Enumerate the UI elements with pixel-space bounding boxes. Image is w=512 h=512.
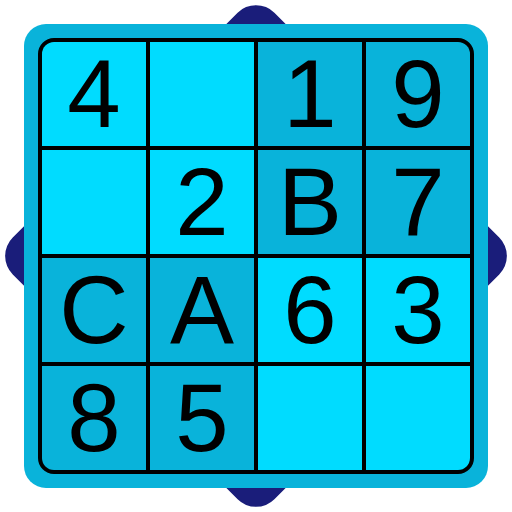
puzzle-board: 4 1 9 2 B 7 C A 6 3 8 5 [24,24,488,488]
cell-r2c2[interactable]: 2 [150,150,254,254]
cell-r1c4[interactable]: 9 [366,42,470,146]
cell-r2c4[interactable]: 7 [366,150,470,254]
cell-r3c2[interactable]: A [150,258,254,362]
cell-r1c1[interactable]: 4 [42,42,146,146]
cell-r3c1[interactable]: C [42,258,146,362]
cell-r3c4[interactable]: 3 [366,258,470,362]
cell-r2c3[interactable]: B [258,150,362,254]
puzzle-scene: 4 1 9 2 B 7 C A 6 3 8 5 [0,0,512,512]
cell-r1c2[interactable] [150,42,254,146]
cell-r1c3[interactable]: 1 [258,42,362,146]
cell-r4c3[interactable] [258,366,362,470]
cell-r4c4[interactable] [366,366,470,470]
sudoku-grid: 4 1 9 2 B 7 C A 6 3 8 5 [38,38,474,474]
cell-r4c1[interactable]: 8 [42,366,146,470]
cell-r4c2[interactable]: 5 [150,366,254,470]
cell-r2c1[interactable] [42,150,146,254]
cell-r3c3[interactable]: 6 [258,258,362,362]
